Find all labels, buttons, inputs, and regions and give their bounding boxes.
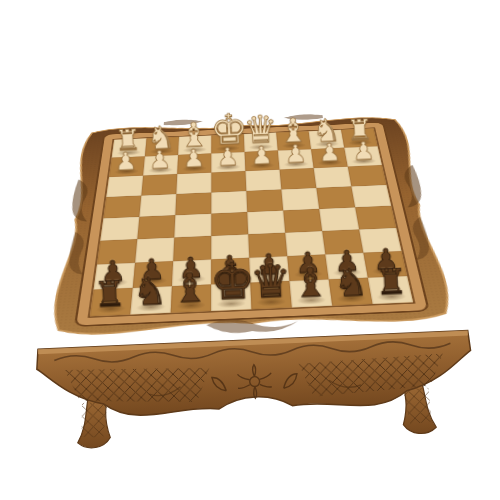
square-d5[interactable] — [247, 210, 285, 234]
piece-black-rook[interactable]: ♜ — [370, 264, 412, 300]
square-g2[interactable]: ♟ — [143, 155, 178, 176]
square-h2[interactable]: ♟ — [109, 156, 145, 177]
product-photo-chess-set: ♜♞♝♚♛♝♞♜♟♟♟♟♟♟♟♟♟♟♟♟♟♟♟♟♜♞♝♚♛♝♞♜ — [0, 0, 500, 500]
piece-white-pawn[interactable]: ♟ — [244, 142, 279, 168]
square-a5[interactable] — [355, 206, 396, 230]
piece-white-pawn[interactable]: ♟ — [210, 144, 245, 170]
piece-white-pawn[interactable]: ♟ — [312, 139, 347, 165]
tabletop-perspective: ♜♞♝♚♛♝♞♜♟♟♟♟♟♟♟♟♟♟♟♟♟♟♟♟♜♞♝♚♛♝♞♜ — [49, 14, 445, 410]
tabletop: ♜♞♝♚♛♝♞♜♟♟♟♟♟♟♟♟♟♟♟♟♟♟♟♟♜♞♝♚♛♝♞♜ — [31, 105, 475, 355]
square-e8[interactable]: ♚ — [211, 283, 251, 311]
piece-white-pawn[interactable]: ♟ — [108, 148, 143, 174]
piece-black-bishop[interactable]: ♝ — [290, 262, 332, 304]
piece-black-rook[interactable]: ♜ — [89, 276, 131, 312]
square-d2[interactable]: ♟ — [245, 151, 280, 171]
piece-black-bishop[interactable]: ♝ — [169, 267, 211, 309]
square-e2[interactable]: ♟ — [211, 152, 245, 172]
square-f5[interactable] — [174, 214, 211, 238]
piece-white-pawn[interactable]: ♟ — [346, 138, 381, 164]
square-h4[interactable] — [103, 196, 141, 219]
piece-black-queen[interactable]: ♛ — [249, 258, 291, 306]
square-a2[interactable]: ♟ — [344, 146, 382, 166]
square-h8[interactable]: ♜ — [90, 288, 133, 316]
square-e5[interactable] — [211, 212, 248, 236]
square-c8[interactable]: ♝ — [290, 279, 333, 307]
square-d4[interactable] — [246, 189, 283, 212]
square-c5[interactable] — [283, 209, 322, 233]
square-b2[interactable]: ♟ — [311, 148, 348, 168]
square-c2[interactable]: ♟ — [278, 149, 314, 169]
square-d8[interactable]: ♛ — [250, 281, 292, 309]
photo-wrapper: ♜♞♝♚♛♝♞♜♟♟♟♟♟♟♟♟♟♟♟♟♟♟♟♟♜♞♝♚♛♝♞♜ — [0, 0, 500, 500]
piece-black-knight[interactable]: ♞ — [129, 271, 171, 311]
square-b5[interactable] — [319, 207, 359, 231]
square-a8[interactable]: ♜ — [368, 276, 413, 304]
piece-white-pawn[interactable]: ♟ — [176, 145, 211, 171]
chess-board: ♜♞♝♚♛♝♞♜♟♟♟♟♟♟♟♟♟♟♟♟♟♟♟♟♜♞♝♚♛♝♞♜ — [90, 128, 413, 316]
square-f8[interactable]: ♝ — [171, 285, 211, 313]
square-g8[interactable]: ♞ — [130, 286, 172, 314]
square-f2[interactable]: ♟ — [177, 154, 211, 174]
piece-black-king[interactable]: ♚ — [209, 255, 251, 307]
square-h5[interactable] — [100, 217, 139, 241]
piece-white-pawn[interactable]: ♟ — [278, 141, 313, 167]
square-b8[interactable]: ♞ — [329, 278, 373, 306]
piece-black-knight[interactable]: ♞ — [330, 262, 372, 302]
piece-white-pawn[interactable]: ♟ — [142, 147, 177, 173]
square-g5[interactable] — [137, 215, 175, 239]
